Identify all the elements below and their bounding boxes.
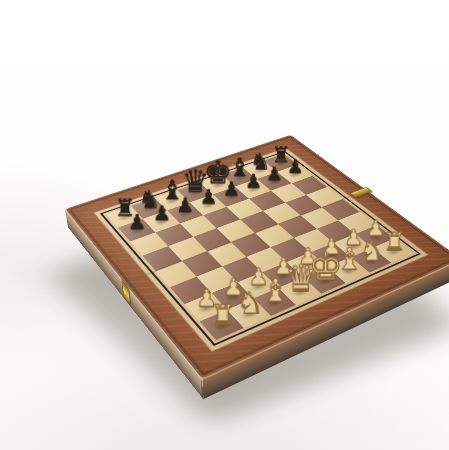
white-knight-g1: ♞ (360, 237, 384, 264)
white-knight-b1: ♞ (236, 288, 262, 318)
black-pawn-a7: ♟ (128, 212, 147, 233)
white-rook-h1: ♜ (383, 229, 405, 254)
brass-clasp-knob (125, 289, 128, 296)
black-pawn-d7: ♟ (200, 187, 218, 207)
black-pawn-c7: ♟ (176, 195, 194, 215)
black-pawn-b7: ♟ (152, 204, 170, 225)
black-pawn-f7: ♟ (245, 172, 262, 191)
white-rook-a1: ♜ (210, 301, 235, 329)
scene: ♜♞♝♛♚♝♞♜♟♟♟♟♟♟♟♟♟♟♟♟♟♟♟♟♜♞♝♛♚♝♞♜ (0, 0, 449, 450)
white-bishop-c1: ♝ (262, 275, 290, 306)
brass-clasp (121, 279, 130, 305)
square-c6 (179, 215, 216, 237)
chess-board-box: ♜♞♝♛♚♝♞♜♟♟♟♟♟♟♟♟♟♟♟♟♟♟♟♟♜♞♝♛♚♝♞♜ (65, 135, 449, 379)
brass-hinge (349, 187, 372, 198)
photo-backdrop: Wooden folding chess set, pieces in the … (0, 0, 449, 450)
square-f4 (278, 216, 316, 238)
black-pawn-g7: ♟ (266, 165, 283, 184)
black-pawn-h7: ♟ (287, 158, 304, 177)
black-pawn-e7: ♟ (222, 180, 240, 200)
